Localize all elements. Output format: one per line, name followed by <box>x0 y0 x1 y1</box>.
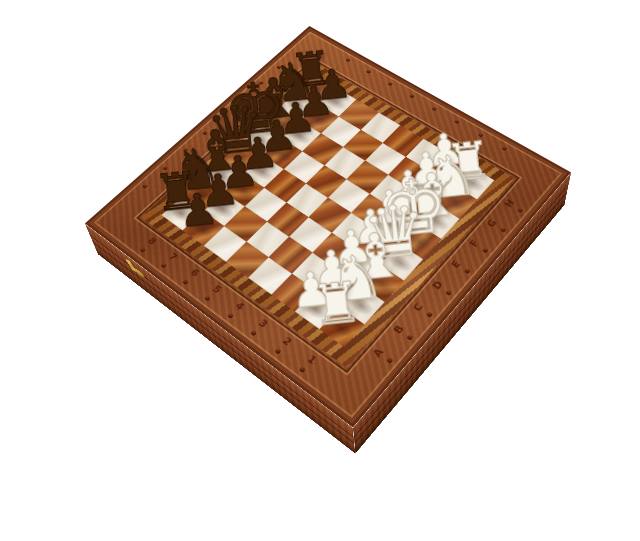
piece-black-pawn[interactable]: ♟ <box>176 187 220 233</box>
chess-box: ♜♟♟♜♞♟♟♞♝♟♟♝♚♟♟♚♛♟♟♛♝♟♟♝♞♟♟♞♜♟♟♜ ABCDEFG… <box>85 26 571 428</box>
photo-scene: ♜♟♟♜♞♟♟♞♝♟♟♝♚♟♟♚♛♟♟♛♝♟♟♝♞♟♟♞♜♟♟♜ ABCDEFG… <box>0 0 640 541</box>
piece-white-rook[interactable]: ♜ <box>309 274 364 332</box>
